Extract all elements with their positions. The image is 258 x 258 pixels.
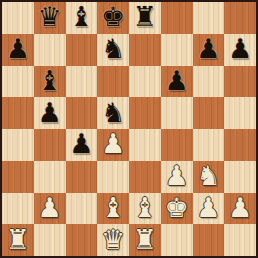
square-c7[interactable]: [66, 34, 98, 66]
square-g7[interactable]: ♟: [193, 34, 225, 66]
black-pawn-g7[interactable]: ♟: [196, 35, 220, 62]
chess-board: ♛♝♚♜♟♞♟♟♝♟♟♞♟♟♟♞♟♝♝♚♟♟♜♛♜: [2, 2, 256, 256]
white-knight-g3[interactable]: ♞: [196, 162, 220, 189]
square-h6[interactable]: [224, 66, 256, 98]
square-d7[interactable]: ♞: [97, 34, 129, 66]
square-e4[interactable]: [129, 129, 161, 161]
square-g5[interactable]: [193, 97, 225, 129]
black-bishop-c8[interactable]: ♝: [69, 3, 93, 30]
square-c3[interactable]: [66, 161, 98, 193]
square-a8[interactable]: [2, 2, 34, 34]
square-b7[interactable]: [34, 34, 66, 66]
square-d1[interactable]: ♛: [97, 224, 129, 256]
black-rook-e8[interactable]: ♜: [133, 3, 157, 30]
square-e3[interactable]: [129, 161, 161, 193]
square-c1[interactable]: [66, 224, 98, 256]
square-h5[interactable]: [224, 97, 256, 129]
white-bishop-e2[interactable]: ♝: [133, 194, 157, 221]
black-bishop-b6[interactable]: ♝: [38, 67, 62, 94]
square-b2[interactable]: ♟: [34, 193, 66, 225]
white-bishop-d2[interactable]: ♝: [101, 194, 125, 221]
black-pawn-f6[interactable]: ♟: [165, 67, 189, 94]
square-a1[interactable]: ♜: [2, 224, 34, 256]
square-c5[interactable]: [66, 97, 98, 129]
black-pawn-b5[interactable]: ♟: [38, 99, 62, 126]
square-b8[interactable]: ♛: [34, 2, 66, 34]
black-queen-b8[interactable]: ♛: [38, 3, 62, 30]
square-a5[interactable]: [2, 97, 34, 129]
square-e7[interactable]: [129, 34, 161, 66]
square-b1[interactable]: [34, 224, 66, 256]
square-d2[interactable]: ♝: [97, 193, 129, 225]
white-rook-a1[interactable]: ♜: [6, 226, 30, 253]
white-pawn-b2[interactable]: ♟: [38, 194, 62, 221]
white-pawn-h2[interactable]: ♟: [228, 194, 252, 221]
white-pawn-f3[interactable]: ♟: [165, 162, 189, 189]
white-rook-e1[interactable]: ♜: [133, 226, 157, 253]
square-b6[interactable]: ♝: [34, 66, 66, 98]
white-king-f2[interactable]: ♚: [165, 194, 189, 221]
square-f8[interactable]: [161, 2, 193, 34]
square-h7[interactable]: ♟: [224, 34, 256, 66]
square-h4[interactable]: [224, 129, 256, 161]
black-knight-d7[interactable]: ♞: [101, 35, 125, 62]
square-f1[interactable]: [161, 224, 193, 256]
black-pawn-a7[interactable]: ♟: [6, 35, 30, 62]
square-f6[interactable]: ♟: [161, 66, 193, 98]
black-knight-d5[interactable]: ♞: [101, 99, 125, 126]
square-c2[interactable]: [66, 193, 98, 225]
square-g2[interactable]: ♟: [193, 193, 225, 225]
square-h1[interactable]: [224, 224, 256, 256]
square-a6[interactable]: [2, 66, 34, 98]
square-f5[interactable]: [161, 97, 193, 129]
white-pawn-d4[interactable]: ♟: [101, 130, 125, 157]
black-king-d8[interactable]: ♚: [101, 3, 125, 30]
square-d3[interactable]: [97, 161, 129, 193]
square-g3[interactable]: ♞: [193, 161, 225, 193]
square-e2[interactable]: ♝: [129, 193, 161, 225]
black-pawn-c4[interactable]: ♟: [69, 130, 93, 157]
square-e8[interactable]: ♜: [129, 2, 161, 34]
square-d8[interactable]: ♚: [97, 2, 129, 34]
square-e5[interactable]: [129, 97, 161, 129]
square-f3[interactable]: ♟: [161, 161, 193, 193]
black-pawn-h7[interactable]: ♟: [228, 35, 252, 62]
white-queen-d1[interactable]: ♛: [101, 226, 125, 253]
square-d4[interactable]: ♟: [97, 129, 129, 161]
square-b4[interactable]: [34, 129, 66, 161]
square-g8[interactable]: [193, 2, 225, 34]
square-d6[interactable]: [97, 66, 129, 98]
square-f2[interactable]: ♚: [161, 193, 193, 225]
square-a3[interactable]: [2, 161, 34, 193]
square-f7[interactable]: [161, 34, 193, 66]
square-a2[interactable]: [2, 193, 34, 225]
square-b5[interactable]: ♟: [34, 97, 66, 129]
square-h2[interactable]: ♟: [224, 193, 256, 225]
square-c4[interactable]: ♟: [66, 129, 98, 161]
square-c6[interactable]: [66, 66, 98, 98]
square-g1[interactable]: [193, 224, 225, 256]
white-pawn-g2[interactable]: ♟: [196, 194, 220, 221]
square-f4[interactable]: [161, 129, 193, 161]
square-a4[interactable]: [2, 129, 34, 161]
square-c8[interactable]: ♝: [66, 2, 98, 34]
square-e1[interactable]: ♜: [129, 224, 161, 256]
square-h3[interactable]: [224, 161, 256, 193]
square-h8[interactable]: [224, 2, 256, 34]
chess-board-frame: ♛♝♚♜♟♞♟♟♝♟♟♞♟♟♟♞♟♝♝♚♟♟♜♛♜: [0, 0, 258, 258]
square-g6[interactable]: [193, 66, 225, 98]
square-d5[interactable]: ♞: [97, 97, 129, 129]
square-b3[interactable]: [34, 161, 66, 193]
square-a7[interactable]: ♟: [2, 34, 34, 66]
square-g4[interactable]: [193, 129, 225, 161]
square-e6[interactable]: [129, 66, 161, 98]
